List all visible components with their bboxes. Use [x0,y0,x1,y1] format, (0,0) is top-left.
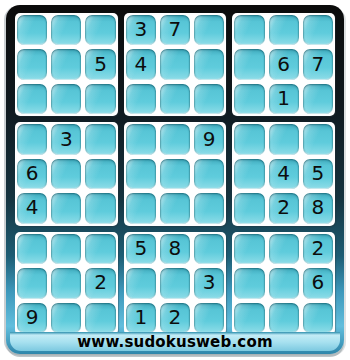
sudoku-board: 537467136494528295831226 [15,13,335,335]
cell-r7c5[interactable]: 8 [160,234,190,264]
block-2-2: 9 [124,122,227,225]
given-digit: 9 [26,307,39,327]
cell-r5c6[interactable] [194,159,224,189]
given-digit: 4 [277,163,290,183]
given-digit: 6 [277,54,290,74]
cell-r7c2[interactable] [51,234,81,264]
cell-r2c4[interactable]: 4 [126,49,156,79]
cell-r7c7[interactable] [234,234,264,264]
cell-r2c2[interactable] [51,49,81,79]
block-3-3: 26 [232,232,335,335]
cell-r1c9[interactable] [303,15,333,45]
cell-r8c9[interactable]: 6 [303,268,333,298]
cell-r4c5[interactable] [160,124,190,154]
cell-r1c8[interactable] [269,15,299,45]
given-digit: 2 [312,238,325,258]
given-digit: 3 [60,129,73,149]
given-digit: 5 [134,238,147,258]
cell-r3c9[interactable] [303,84,333,114]
cell-r3c6[interactable] [194,84,224,114]
cell-r4c7[interactable] [234,124,264,154]
given-digit: 9 [203,129,216,149]
block-1-1: 5 [15,13,118,116]
given-digit: 8 [312,197,325,217]
cell-r3c4[interactable] [126,84,156,114]
cell-r6c5[interactable] [160,193,190,223]
block-3-1: 29 [15,232,118,335]
cell-r3c8[interactable]: 1 [269,84,299,114]
cell-r9c5[interactable]: 2 [160,303,190,333]
cell-r5c8[interactable]: 4 [269,159,299,189]
given-digit: 3 [203,272,216,292]
cell-r9c7[interactable] [234,303,264,333]
cell-r1c3[interactable] [85,15,115,45]
cell-r7c4[interactable]: 5 [126,234,156,264]
given-digit: 7 [169,19,182,39]
cell-r6c6[interactable] [194,193,224,223]
cell-r9c8[interactable] [269,303,299,333]
cell-r1c1[interactable] [17,15,47,45]
given-digit: 7 [312,54,325,74]
cell-r6c8[interactable]: 2 [269,193,299,223]
cell-r4c8[interactable] [269,124,299,154]
cell-r4c6[interactable]: 9 [194,124,224,154]
given-digit: 2 [169,307,182,327]
cell-r5c5[interactable] [160,159,190,189]
given-digit: 2 [277,197,290,217]
cell-r4c9[interactable] [303,124,333,154]
cell-r9c2[interactable] [51,303,81,333]
cell-r3c5[interactable] [160,84,190,114]
cell-r9c1[interactable]: 9 [17,303,47,333]
cell-r7c6[interactable] [194,234,224,264]
cell-r3c7[interactable] [234,84,264,114]
cell-r8c3[interactable]: 2 [85,268,115,298]
given-digit: 4 [26,197,39,217]
cell-r4c1[interactable] [17,124,47,154]
cell-r5c1[interactable]: 6 [17,159,47,189]
given-digit: 5 [312,163,325,183]
cell-r8c8[interactable] [269,268,299,298]
cell-r6c3[interactable] [85,193,115,223]
cell-r9c3[interactable] [85,303,115,333]
cell-r8c5[interactable] [160,268,190,298]
cell-r9c6[interactable] [194,303,224,333]
cell-r7c3[interactable] [85,234,115,264]
cell-r2c7[interactable] [234,49,264,79]
cell-r5c2[interactable] [51,159,81,189]
given-digit: 1 [134,307,147,327]
site-url[interactable]: www.sudokusweb.com [77,333,272,351]
cell-r4c4[interactable] [126,124,156,154]
cell-r7c1[interactable] [17,234,47,264]
cell-r3c1[interactable] [17,84,47,114]
block-2-3: 4528 [232,122,335,225]
given-digit: 8 [169,238,182,258]
cell-r6c1[interactable]: 4 [17,193,47,223]
cell-r7c8[interactable] [269,234,299,264]
cell-r5c7[interactable] [234,159,264,189]
block-1-3: 671 [232,13,335,116]
given-digit: 6 [26,163,39,183]
cell-r1c4[interactable]: 3 [126,15,156,45]
given-digit: 4 [134,54,147,74]
cell-r8c6[interactable]: 3 [194,268,224,298]
cell-r9c9[interactable] [303,303,333,333]
cell-r2c9[interactable]: 7 [303,49,333,79]
board-frame: 537467136494528295831226 www.sudokusweb.… [6,5,344,354]
cell-r9c4[interactable]: 1 [126,303,156,333]
cell-r6c9[interactable]: 8 [303,193,333,223]
cell-r8c1[interactable] [17,268,47,298]
cell-r8c4[interactable] [126,268,156,298]
given-digit: 5 [94,54,107,74]
block-3-2: 58312 [124,232,227,335]
cell-r1c5[interactable]: 7 [160,15,190,45]
cell-r6c4[interactable] [126,193,156,223]
cell-r2c1[interactable] [17,49,47,79]
cell-r6c7[interactable] [234,193,264,223]
cell-r3c2[interactable] [51,84,81,114]
given-digit: 6 [312,272,325,292]
cell-r8c7[interactable] [234,268,264,298]
cell-r5c3[interactable] [85,159,115,189]
cell-r8c2[interactable] [51,268,81,298]
cell-r2c5[interactable] [160,49,190,79]
given-digit: 1 [277,88,290,108]
cell-r4c2[interactable]: 3 [51,124,81,154]
cell-r5c4[interactable] [126,159,156,189]
cell-r6c2[interactable] [51,193,81,223]
cell-r1c7[interactable] [234,15,264,45]
block-1-2: 374 [124,13,227,116]
cell-r5c9[interactable]: 5 [303,159,333,189]
cell-r7c9[interactable]: 2 [303,234,333,264]
site-footer: www.sudokusweb.com [10,332,340,351]
given-digit: 2 [94,272,107,292]
cell-r2c8[interactable]: 6 [269,49,299,79]
block-2-1: 364 [15,122,118,225]
cell-r3c3[interactable] [85,84,115,114]
cell-r1c2[interactable] [51,15,81,45]
cell-r2c6[interactable] [194,49,224,79]
given-digit: 3 [134,19,147,39]
cell-r4c3[interactable] [85,124,115,154]
cell-r2c3[interactable]: 5 [85,49,115,79]
cell-r1c6[interactable] [194,15,224,45]
